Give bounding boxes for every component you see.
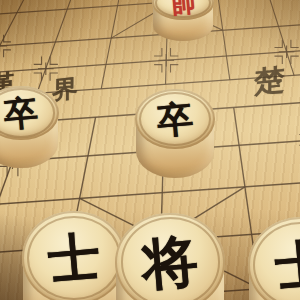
piece-red-general[interactable]: 帥 [152,0,214,44]
piece-black-general[interactable]: 将 [115,213,225,300]
piece-glyph-帥: 帥 [171,0,196,15]
piece-black-advisor-right[interactable]: 士 [248,217,300,300]
piece-face: 士 [22,211,126,300]
piece-face: 士 [248,217,300,300]
piece-black-soldier-left[interactable]: 卒 [0,86,59,173]
piece-glyph-士: 士 [46,230,102,286]
xiangqi-photo: 漢 界 楚 帥卒卒士将士 [0,0,300,300]
xiangqi-board[interactable]: 漢 界 楚 帥卒卒士将士 [0,0,300,300]
river-text-chu: 楚 [254,60,285,102]
piece-face: 将 [115,213,225,300]
piece-glyph-卒: 卒 [3,95,40,132]
piece-black-soldier-center[interactable]: 卒 [135,89,215,183]
piece-glyph-士: 士 [273,237,300,293]
piece-glyph-将: 将 [140,232,201,293]
piece-glyph-卒: 卒 [155,99,194,138]
piece-black-advisor-left[interactable]: 士 [22,211,126,300]
piece-face: 卒 [135,89,215,149]
